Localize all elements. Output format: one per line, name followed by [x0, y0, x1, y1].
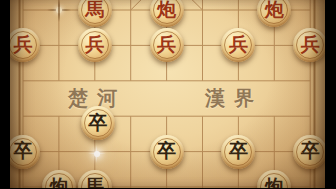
piece-glyph: 卒: [157, 141, 176, 160]
letterbox-bar-right: [325, 0, 336, 188]
glow-marker-core: [94, 151, 100, 157]
river-label-han-jie: 漢界: [205, 85, 263, 111]
piece-black-soldier[interactable]: 卒: [221, 135, 255, 169]
last-move-origin-cross-marker: [47, 0, 71, 22]
piece-glyph: 卒: [229, 141, 248, 160]
piece-glyph: 兵: [85, 35, 104, 54]
piece-glyph: 炮: [265, 177, 284, 189]
piece-glyph: 卒: [301, 141, 320, 160]
piece-glyph: 卒: [88, 113, 107, 132]
piece-red-soldier[interactable]: 兵: [150, 28, 184, 62]
piece-black-soldier[interactable]: 卒: [293, 135, 327, 169]
piece-glyph: 炮: [157, 0, 176, 19]
piece-glyph: 兵: [14, 35, 33, 54]
piece-black-soldier[interactable]: 卒: [150, 135, 184, 169]
piece-glyph: 馬: [85, 177, 104, 189]
piece-black-soldier[interactable]: 卒: [81, 106, 115, 140]
piece-red-soldier[interactable]: 兵: [78, 28, 112, 62]
xiangqi-game-screen: 楚河 漢界 馬炮炮兵兵兵兵兵卒卒卒卒卒炮馬炮: [0, 0, 336, 188]
letterbox-bar-left: [0, 0, 10, 188]
piece-glyph: 炮: [49, 177, 68, 189]
piece-glyph: 馬: [85, 0, 104, 19]
piece-glyph: 兵: [301, 35, 320, 54]
last-move-origin-glow-marker: [94, 151, 100, 157]
piece-glyph: 炮: [265, 0, 284, 19]
piece-black-soldier[interactable]: 卒: [6, 135, 40, 169]
piece-glyph: 兵: [157, 35, 176, 54]
piece-glyph: 兵: [229, 35, 248, 54]
cross-marker-spark: [56, 7, 62, 13]
piece-glyph: 卒: [14, 141, 33, 160]
